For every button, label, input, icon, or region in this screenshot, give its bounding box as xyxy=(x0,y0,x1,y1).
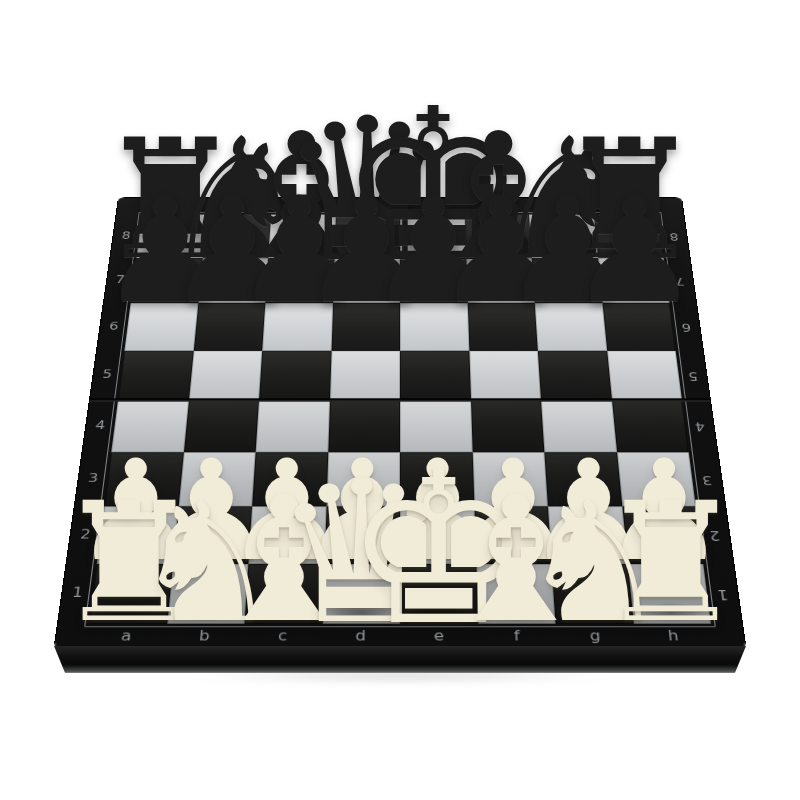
square-b5[interactable] xyxy=(189,350,263,400)
square-a5[interactable] xyxy=(118,350,193,400)
square-f5[interactable] xyxy=(469,350,541,400)
square-d5[interactable] xyxy=(330,350,401,400)
rank-label-5-right: 5 xyxy=(676,350,710,400)
square-c5[interactable] xyxy=(259,350,331,400)
product-photo-scene: aabbccddeeffgghh8877665544332211 ♜♞♝♛♚♝♞… xyxy=(0,0,800,800)
square-g5[interactable] xyxy=(538,350,612,400)
board-fold-seam xyxy=(90,398,711,402)
piece-white-rook-h1[interactable]: ♜ xyxy=(597,481,745,646)
square-h5[interactable] xyxy=(607,350,682,400)
piece-black-pawn-h7[interactable]: ♟ xyxy=(569,178,700,324)
square-e5[interactable] xyxy=(400,350,471,400)
